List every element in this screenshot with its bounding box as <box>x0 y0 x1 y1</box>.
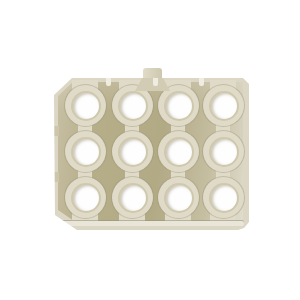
pin-boss-ring <box>203 131 244 172</box>
pin-boss-ring <box>112 177 153 218</box>
pin-boss-ring <box>112 85 153 126</box>
pin-hole <box>120 185 146 211</box>
top-wall-slot <box>106 78 111 86</box>
pin-boss-ring <box>158 85 199 126</box>
pin-boss-ring <box>65 131 106 172</box>
pin-boss-ring <box>203 177 244 218</box>
pin-hole <box>73 185 99 211</box>
product-photo <box>0 0 300 300</box>
left-rim-notch <box>54 172 59 182</box>
top-wall-slot <box>199 78 204 86</box>
pin-boss-ring <box>158 131 199 172</box>
pin-boss-ring <box>203 85 244 126</box>
pin-hole <box>73 93 99 119</box>
pin-hole <box>73 139 99 165</box>
housing-body <box>54 78 249 230</box>
pin-hole <box>166 185 192 211</box>
pin-hole <box>120 139 146 165</box>
top-wall-slot <box>153 78 158 86</box>
bottom-wall-highlight <box>60 221 244 226</box>
pin-boss-ring <box>65 177 106 218</box>
pin-hole <box>166 139 192 165</box>
pin-boss-ring <box>65 85 106 126</box>
pin-hole <box>211 185 237 211</box>
pin-boss-ring <box>112 131 153 172</box>
pin-hole <box>211 93 237 119</box>
pin-hole <box>166 93 192 119</box>
left-rim-notch <box>54 126 59 136</box>
pin-boss-ring <box>158 177 199 218</box>
pin-hole <box>120 93 146 119</box>
connector-housing <box>54 68 249 232</box>
pin-hole <box>211 139 237 165</box>
